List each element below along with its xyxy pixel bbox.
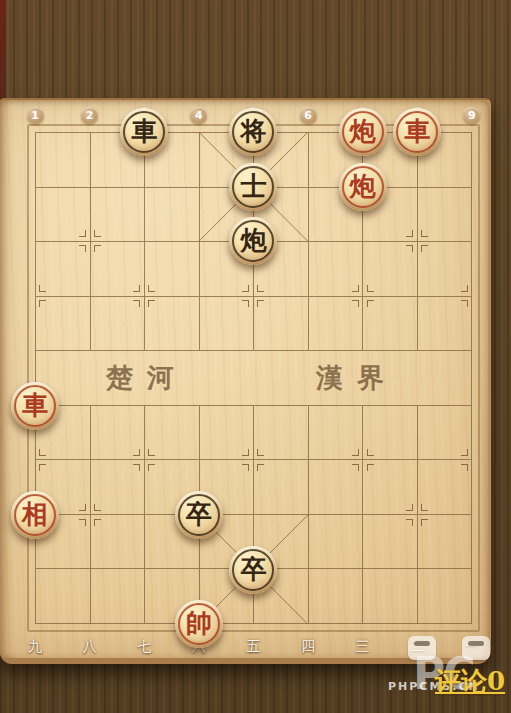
point-marker-corner	[133, 300, 140, 307]
grid-cell[interactable]	[90, 568, 145, 623]
grid-cell[interactable]	[362, 568, 417, 623]
point-marker-corner	[257, 285, 264, 292]
grid-cell[interactable]	[35, 568, 90, 623]
piece-glyph: 炮	[240, 227, 266, 253]
file-label-bottom-9: 一	[461, 638, 483, 656]
file-label-bottom-3: 七	[133, 638, 155, 656]
piece-glyph: 車	[131, 118, 157, 144]
piece-glyph: 卒	[240, 556, 266, 582]
point-marker-corner	[39, 300, 46, 307]
file-label-bottom-2: 八	[79, 638, 101, 656]
point-marker-corner	[148, 449, 155, 456]
point-marker-corner	[79, 230, 86, 237]
file-label-top-1: 1	[27, 107, 44, 124]
piece-glyph: 車	[404, 118, 430, 144]
file-label-bottom-7: 三	[352, 638, 374, 656]
point-marker-corner	[367, 300, 374, 307]
point-marker-corner	[148, 285, 155, 292]
point-marker-corner	[352, 449, 359, 456]
point-marker-corner	[406, 230, 413, 237]
grid-cell[interactable]	[417, 568, 472, 623]
point-marker-corner	[242, 464, 249, 471]
point-marker-corner	[406, 519, 413, 526]
xiangqi-board: 楚河 漢界 123456789九八七六五四三二一車将炮車士炮炮車相卒卒帥	[0, 98, 491, 664]
grid-cell[interactable]	[308, 568, 363, 623]
point-marker-corner	[352, 300, 359, 307]
point-marker-corner	[257, 449, 264, 456]
file-label-bottom-6: 四	[297, 638, 319, 656]
point-marker-corner	[242, 285, 249, 292]
piece-black-卒[interactable]: 卒	[229, 546, 277, 594]
point-marker-corner	[148, 300, 155, 307]
file-label-top-2: 2	[81, 107, 98, 124]
point-marker-corner	[352, 285, 359, 292]
piece-red-炮[interactable]: 炮	[339, 108, 387, 156]
river-text-han-jie: 漢界	[316, 360, 398, 396]
file-label-top-4: 4	[190, 107, 207, 124]
point-marker-corner	[133, 285, 140, 292]
grid-cell[interactable]	[199, 350, 254, 405]
piece-red-車[interactable]: 車	[393, 108, 441, 156]
point-marker-corner	[257, 464, 264, 471]
piece-red-相[interactable]: 相	[11, 491, 59, 539]
point-marker-corner	[406, 504, 413, 511]
point-marker-corner	[39, 449, 46, 456]
file-label-top-9: 9	[463, 107, 480, 124]
comments-link[interactable]: 评论0	[435, 664, 505, 699]
piece-glyph: 相	[22, 501, 48, 527]
piece-red-車[interactable]: 車	[11, 382, 59, 430]
grid-cell[interactable]	[417, 350, 472, 405]
river-text-chu-he: 楚河	[106, 360, 188, 396]
point-marker-corner	[94, 519, 101, 526]
point-marker-corner	[406, 245, 413, 252]
grid-cell[interactable]	[35, 132, 90, 187]
grid-cell[interactable]	[308, 514, 363, 569]
piece-glyph: 卒	[186, 501, 212, 527]
piece-black-士[interactable]: 士	[229, 163, 277, 211]
piece-glyph: 車	[22, 392, 48, 418]
file-label-bottom-8: 二	[406, 638, 428, 656]
point-marker-corner	[79, 504, 86, 511]
point-marker-corner	[461, 464, 468, 471]
point-marker-corner	[461, 300, 468, 307]
grid-cell[interactable]	[144, 187, 199, 242]
point-marker-corner	[367, 464, 374, 471]
point-marker-corner	[352, 464, 359, 471]
piece-glyph: 炮	[350, 173, 376, 199]
point-marker-corner	[79, 519, 86, 526]
point-marker-corner	[367, 285, 374, 292]
point-marker-corner	[421, 519, 428, 526]
point-marker-corner	[421, 230, 428, 237]
piece-glyph: 将	[240, 118, 266, 144]
point-marker-corner	[94, 230, 101, 237]
point-marker-corner	[39, 285, 46, 292]
table-edge-strip	[0, 0, 6, 100]
piece-glyph: 帥	[186, 610, 212, 636]
point-marker-corner	[39, 464, 46, 471]
point-marker-corner	[242, 449, 249, 456]
piece-black-卒[interactable]: 卒	[175, 491, 223, 539]
point-marker-corner	[257, 300, 264, 307]
point-marker-corner	[421, 245, 428, 252]
piece-glyph: 炮	[350, 118, 376, 144]
point-marker-corner	[421, 504, 428, 511]
file-label-bottom-5: 五	[242, 638, 264, 656]
point-marker-corner	[94, 245, 101, 252]
file-label-top-6: 6	[300, 107, 317, 124]
point-marker-corner	[79, 245, 86, 252]
piece-red-炮[interactable]: 炮	[339, 163, 387, 211]
point-marker-corner	[148, 464, 155, 471]
point-marker-corner	[242, 300, 249, 307]
point-marker-corner	[367, 449, 374, 456]
grid-cell[interactable]	[253, 350, 308, 405]
xiangqi-app-screen: 楚河 漢界 123456789九八七六五四三二一車将炮車士炮炮車相卒卒帥 PC …	[0, 0, 511, 713]
point-marker-corner	[133, 449, 140, 456]
point-marker-corner	[461, 285, 468, 292]
piece-glyph: 士	[240, 173, 266, 199]
piece-red-帥[interactable]: 帥	[175, 600, 223, 648]
file-label-bottom-1: 九	[24, 638, 46, 656]
point-marker-corner	[133, 464, 140, 471]
point-marker-corner	[94, 504, 101, 511]
piece-black-車[interactable]: 車	[120, 108, 168, 156]
point-marker-corner	[461, 449, 468, 456]
